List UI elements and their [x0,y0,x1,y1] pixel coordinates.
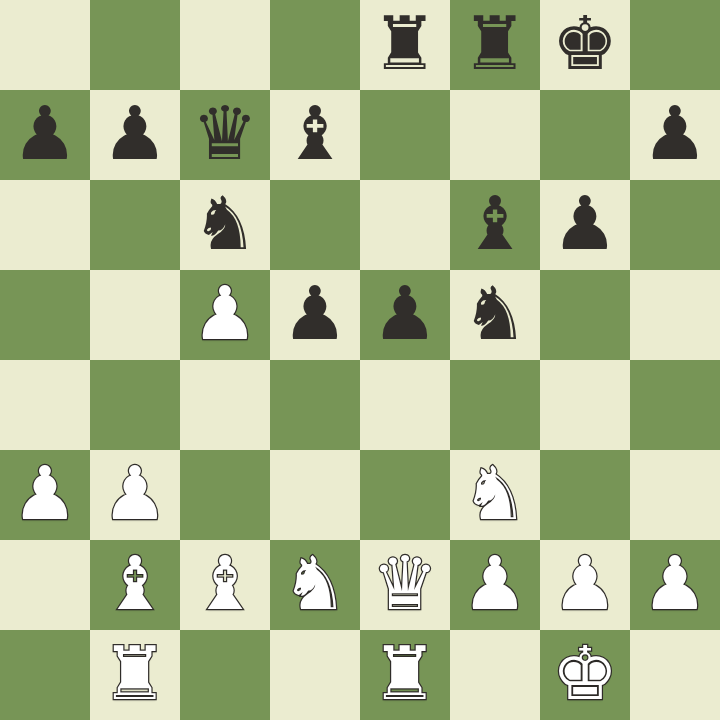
white-pawn-piece[interactable]: ♟ [462,538,528,628]
square-c6[interactable]: ♞ [180,180,270,270]
square-a3[interactable]: ♟ [0,450,90,540]
square-f3[interactable]: ♞ [450,450,540,540]
square-d1[interactable] [270,630,360,720]
white-rook-piece[interactable]: ♜ [102,628,168,718]
square-h4[interactable] [630,360,720,450]
white-knight-piece[interactable]: ♞ [462,448,528,538]
black-king-piece[interactable]: ♚ [552,0,618,88]
white-knight-piece[interactable]: ♞ [282,538,348,628]
square-b1[interactable]: ♜ [90,630,180,720]
square-b5[interactable] [90,270,180,360]
square-f6[interactable]: ♝ [450,180,540,270]
white-rook-piece[interactable]: ♜ [372,628,438,718]
square-a8[interactable] [0,0,90,90]
square-a5[interactable] [0,270,90,360]
square-f2[interactable]: ♟ [450,540,540,630]
square-g8[interactable]: ♚ [540,0,630,90]
square-d5[interactable]: ♟ [270,270,360,360]
black-queen-piece[interactable]: ♛ [192,88,258,178]
square-h6[interactable] [630,180,720,270]
black-bishop-piece[interactable]: ♝ [282,88,348,178]
square-g4[interactable] [540,360,630,450]
square-e7[interactable] [360,90,450,180]
square-d7[interactable]: ♝ [270,90,360,180]
square-g2[interactable]: ♟ [540,540,630,630]
black-pawn-piece[interactable]: ♟ [12,88,78,178]
square-b6[interactable] [90,180,180,270]
white-bishop-piece[interactable]: ♝ [102,538,168,628]
square-f8[interactable]: ♜ [450,0,540,90]
white-pawn-piece[interactable]: ♟ [552,538,618,628]
square-c4[interactable] [180,360,270,450]
square-c2[interactable]: ♝ [180,540,270,630]
square-f4[interactable] [450,360,540,450]
square-g6[interactable]: ♟ [540,180,630,270]
square-g1[interactable]: ♚ [540,630,630,720]
square-b3[interactable]: ♟ [90,450,180,540]
white-bishop-piece[interactable]: ♝ [192,538,258,628]
square-f5[interactable]: ♞ [450,270,540,360]
square-b4[interactable] [90,360,180,450]
square-g7[interactable] [540,90,630,180]
chess-board: ♜♜♚♟♟♛♝♟♞♝♟♟♟♟♞♟♟♞♝♝♞♛♟♟♟♜♜♚ [0,0,720,720]
square-e1[interactable]: ♜ [360,630,450,720]
square-e2[interactable]: ♛ [360,540,450,630]
black-knight-piece[interactable]: ♞ [192,178,258,268]
square-e6[interactable] [360,180,450,270]
black-knight-piece[interactable]: ♞ [462,268,528,358]
black-bishop-piece[interactable]: ♝ [462,178,528,268]
square-e3[interactable] [360,450,450,540]
black-pawn-piece[interactable]: ♟ [102,88,168,178]
square-a6[interactable] [0,180,90,270]
square-d6[interactable] [270,180,360,270]
square-h2[interactable]: ♟ [630,540,720,630]
black-pawn-piece[interactable]: ♟ [552,178,618,268]
white-pawn-piece[interactable]: ♟ [102,448,168,538]
square-h1[interactable] [630,630,720,720]
square-h7[interactable]: ♟ [630,90,720,180]
square-c3[interactable] [180,450,270,540]
square-c5[interactable]: ♟ [180,270,270,360]
square-d8[interactable] [270,0,360,90]
square-e4[interactable] [360,360,450,450]
square-e8[interactable]: ♜ [360,0,450,90]
square-c1[interactable] [180,630,270,720]
square-g5[interactable] [540,270,630,360]
square-d2[interactable]: ♞ [270,540,360,630]
black-pawn-piece[interactable]: ♟ [372,268,438,358]
square-a7[interactable]: ♟ [0,90,90,180]
square-e5[interactable]: ♟ [360,270,450,360]
white-king-piece[interactable]: ♚ [552,628,618,718]
black-pawn-piece[interactable]: ♟ [642,88,708,178]
square-a2[interactable] [0,540,90,630]
square-c7[interactable]: ♛ [180,90,270,180]
square-f7[interactable] [450,90,540,180]
black-rook-piece[interactable]: ♜ [462,0,528,88]
white-pawn-piece[interactable]: ♟ [642,538,708,628]
square-h3[interactable] [630,450,720,540]
square-c8[interactable] [180,0,270,90]
square-d4[interactable] [270,360,360,450]
square-b8[interactable] [90,0,180,90]
square-d3[interactable] [270,450,360,540]
white-pawn-piece[interactable]: ♟ [12,448,78,538]
white-queen-piece[interactable]: ♛ [372,538,438,628]
square-h8[interactable] [630,0,720,90]
square-b7[interactable]: ♟ [90,90,180,180]
black-pawn-piece[interactable]: ♟ [282,268,348,358]
square-h5[interactable] [630,270,720,360]
black-rook-piece[interactable]: ♜ [372,0,438,88]
white-pawn-piece[interactable]: ♟ [192,268,258,358]
square-a1[interactable] [0,630,90,720]
square-f1[interactable] [450,630,540,720]
square-b2[interactable]: ♝ [90,540,180,630]
square-g3[interactable] [540,450,630,540]
square-a4[interactable] [0,360,90,450]
